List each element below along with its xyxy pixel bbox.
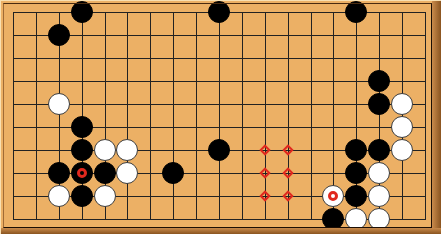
go-board-diagram <box>0 0 441 234</box>
frame-top-highlight <box>0 0 441 1</box>
frame-right-band <box>432 0 441 234</box>
frame-bottom-band <box>0 228 441 234</box>
frame-inner-line <box>3 3 432 228</box>
frame-left-highlight <box>0 0 1 234</box>
